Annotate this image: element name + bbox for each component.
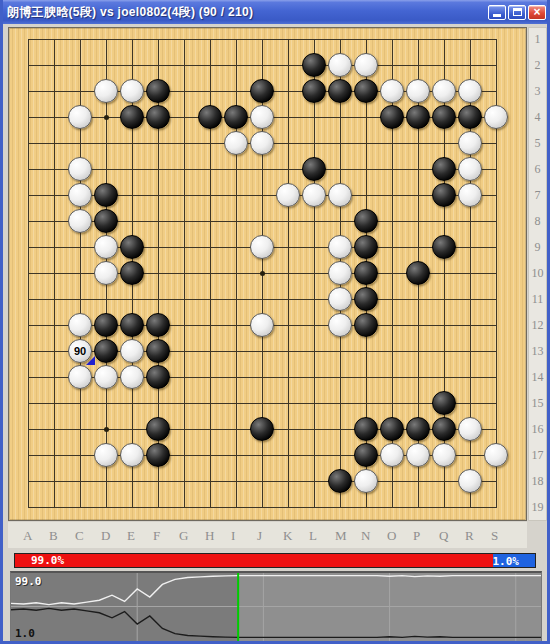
white-stone: [94, 365, 118, 389]
black-stone: [302, 53, 326, 77]
column-label: S: [491, 528, 498, 544]
black-winrate-segment: 99.0%: [15, 554, 493, 567]
maximize-icon: [513, 8, 522, 16]
black-stone: [146, 313, 170, 337]
white-stone: [406, 443, 430, 467]
black-stone: [198, 105, 222, 129]
white-stone: [328, 183, 352, 207]
row-label: 16: [529, 422, 546, 437]
black-stone: [302, 79, 326, 103]
white-stone: [68, 313, 92, 337]
black-stone: [146, 443, 170, 467]
row-label: 6: [529, 162, 546, 177]
black-stone: [432, 105, 456, 129]
next-move-triangle-marker: [86, 356, 95, 365]
black-stone: [120, 105, 144, 129]
white-stone: [380, 79, 404, 103]
white-stone: [328, 53, 352, 77]
minimize-icon: [493, 14, 501, 17]
black-stone: [146, 79, 170, 103]
grid-line-h: [28, 299, 497, 300]
white-stone: [250, 235, 274, 259]
white-winrate-label: 1.0%: [493, 555, 520, 568]
white-stone: [94, 261, 118, 285]
star-point: [104, 427, 109, 432]
white-stone: [120, 79, 144, 103]
black-stone: [354, 235, 378, 259]
row-label: 10: [529, 266, 546, 281]
column-label: Q: [439, 528, 448, 544]
row-label: 7: [529, 188, 546, 203]
white-stone: [354, 469, 378, 493]
row-label: 11: [529, 292, 546, 307]
white-stone: [484, 443, 508, 467]
star-point: [104, 115, 109, 120]
column-label: H: [205, 528, 214, 544]
row-coordinate-strip: 12345678910111213141516171819: [528, 27, 547, 521]
white-stone: [120, 339, 144, 363]
grid-line-v: [288, 39, 289, 508]
column-label: K: [283, 528, 292, 544]
black-stone: [432, 391, 456, 415]
white-stone: [68, 105, 92, 129]
minimize-button[interactable]: [488, 5, 506, 20]
black-stone: [120, 313, 144, 337]
white-stone: [68, 209, 92, 233]
row-label: 15: [529, 396, 546, 411]
white-stone: [458, 131, 482, 155]
white-stone: [68, 365, 92, 389]
row-label: 18: [529, 474, 546, 489]
white-stone: [68, 157, 92, 181]
black-stone: [432, 183, 456, 207]
black-stone: [94, 183, 118, 207]
white-stone: [328, 261, 352, 285]
row-label: 14: [529, 370, 546, 385]
white-stone: [484, 105, 508, 129]
white-stone: [250, 313, 274, 337]
row-label: 4: [529, 110, 546, 125]
white-stone: [328, 287, 352, 311]
column-label: J: [257, 528, 262, 544]
black-stone: [354, 443, 378, 467]
column-label: L: [309, 528, 317, 544]
column-coordinate-strip: ABCDEFGHIJKLMNOPQRS: [8, 522, 527, 548]
black-stone: [94, 313, 118, 337]
black-winrate-label: 99.0%: [31, 554, 64, 567]
grid-line-h: [28, 481, 497, 482]
black-stone: [432, 417, 456, 441]
winrate-curve-svg: [11, 573, 541, 641]
column-label: M: [335, 528, 347, 544]
column-label: A: [23, 528, 32, 544]
black-stone: [328, 469, 352, 493]
white-stone: [328, 313, 352, 337]
graph-top-value: 99.0: [15, 575, 42, 588]
white-stone: [250, 131, 274, 155]
black-stone: [354, 287, 378, 311]
white-stone: [458, 183, 482, 207]
column-label: E: [127, 528, 135, 544]
row-label: 17: [529, 448, 546, 463]
white-stone: [120, 365, 144, 389]
column-label: G: [179, 528, 188, 544]
column-label: C: [75, 528, 84, 544]
row-label: 9: [529, 240, 546, 255]
white-stone: [458, 79, 482, 103]
winrate-bar: 99.0% 1.0%: [14, 553, 536, 568]
column-label: I: [231, 528, 235, 544]
black-stone: [432, 157, 456, 181]
white-stone: [380, 443, 404, 467]
column-label: D: [101, 528, 110, 544]
black-stone: [94, 209, 118, 233]
title-bar[interactable]: 朗博王腴晗(5段) vs joel0802(4段) (90 / 210) ×: [0, 0, 550, 24]
white-stone: [276, 183, 300, 207]
black-stone: [354, 261, 378, 285]
black-stone: [354, 79, 378, 103]
black-stone: [380, 417, 404, 441]
winrate-graph[interactable]: 99.0 1.0: [10, 571, 542, 641]
black-stone: [146, 417, 170, 441]
black-stone: [94, 339, 118, 363]
window-content: 90 12345678910111213141516171819 ABCDEFG…: [3, 24, 547, 641]
row-label: 13: [529, 344, 546, 359]
white-stone: [224, 131, 248, 155]
black-stone: [458, 105, 482, 129]
row-label: 8: [529, 214, 546, 229]
row-label: 5: [529, 136, 546, 151]
white-stone: [94, 443, 118, 467]
white-stone: [458, 417, 482, 441]
black-stone: [354, 417, 378, 441]
black-stone: [380, 105, 404, 129]
black-stone: [250, 79, 274, 103]
black-stone: [120, 235, 144, 259]
white-stone: [458, 157, 482, 181]
grid-line-v: [314, 39, 315, 508]
row-label: 19: [529, 500, 546, 515]
column-label: O: [387, 528, 396, 544]
close-icon: ×: [533, 6, 540, 18]
white-stone: [94, 235, 118, 259]
black-stone: [354, 209, 378, 233]
white-stone: [120, 443, 144, 467]
white-stone: [432, 443, 456, 467]
black-stone: [120, 261, 144, 285]
go-board[interactable]: 90: [8, 27, 527, 521]
white-stone: [94, 79, 118, 103]
column-label: B: [49, 528, 58, 544]
black-stone: [146, 339, 170, 363]
white-stone: [68, 183, 92, 207]
black-stone: [432, 235, 456, 259]
white-stone: [354, 53, 378, 77]
black-stone: [250, 417, 274, 441]
black-stone: [302, 157, 326, 181]
white-stone: [328, 235, 352, 259]
white-stone: [250, 105, 274, 129]
column-label: P: [413, 528, 420, 544]
row-label: 2: [529, 58, 546, 73]
app-window: 朗博王腴晗(5段) vs joel0802(4段) (90 / 210) × 9…: [0, 0, 550, 644]
white-stone: [302, 183, 326, 207]
column-label: R: [465, 528, 474, 544]
white-stone: [406, 79, 430, 103]
window-controls: ×: [488, 5, 546, 20]
star-point: [260, 271, 265, 276]
black-stone: [146, 105, 170, 129]
black-stone: [328, 79, 352, 103]
black-stone: [406, 261, 430, 285]
white-stone: [432, 79, 456, 103]
black-stone: [406, 417, 430, 441]
column-label: N: [361, 528, 370, 544]
window-title: 朗博王腴晗(5段) vs joel0802(4段) (90 / 210): [7, 4, 488, 21]
black-stone: [146, 365, 170, 389]
black-stone: [354, 313, 378, 337]
grid-line-h: [28, 507, 497, 508]
close-button[interactable]: ×: [528, 5, 546, 20]
black-stone: [224, 105, 248, 129]
column-label: F: [153, 528, 160, 544]
move-number-label: 90: [74, 345, 86, 357]
black-stone: [406, 105, 430, 129]
graph-bottom-value: 1.0: [15, 627, 35, 640]
white-stone: [458, 469, 482, 493]
maximize-button[interactable]: [508, 5, 526, 20]
grid-line-h: [28, 403, 497, 404]
row-label: 12: [529, 318, 546, 333]
row-label: 3: [529, 84, 546, 99]
row-label: 1: [529, 32, 546, 47]
